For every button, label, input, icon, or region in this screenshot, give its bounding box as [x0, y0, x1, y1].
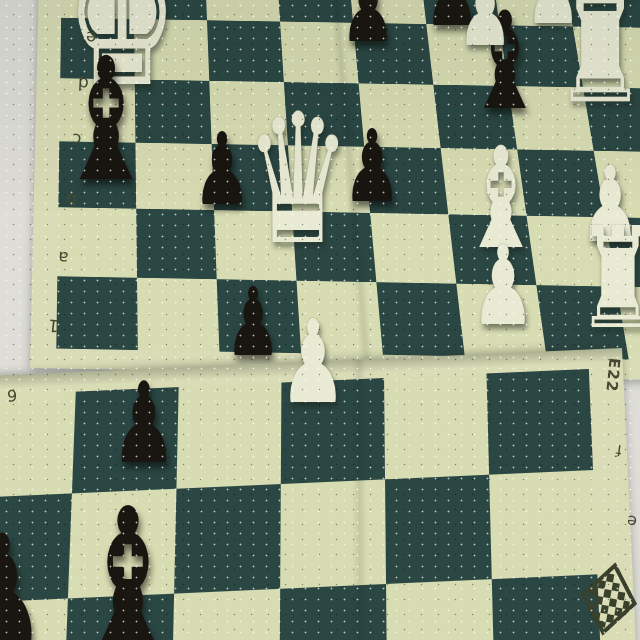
square-f3[interactable] — [205, 0, 280, 22]
square-r2c6[interactable] — [386, 579, 494, 640]
square-r0c7[interactable] — [487, 369, 594, 475]
piece-black-pawn-a3[interactable]: ♟ — [225, 275, 281, 370]
piece-black-pawn-b2[interactable]: ♟ — [192, 120, 251, 220]
square-a5[interactable] — [376, 282, 464, 356]
square-r1c7[interactable] — [489, 470, 597, 579]
piece-black-pawn-r2c2[interactable]: ♟ — [0, 515, 46, 640]
piece-white-pawn-a6[interactable]: ♟ — [470, 231, 535, 341]
piece-black-pawn-r0c3[interactable]: ♟ — [111, 367, 177, 479]
piece-black-pawn-b4[interactable]: ♟ — [342, 117, 401, 217]
piece-black-bishop-r2c3[interactable]: ♝ — [69, 482, 187, 640]
piece-white-rook-a7[interactable]: ♜ — [577, 209, 640, 349]
square-r1c4[interactable] — [174, 484, 281, 594]
piece-white-pawn-e6[interactable]: ♟ — [457, 0, 513, 60]
piece-black-bishop-c1[interactable]: ♝ — [56, 35, 157, 205]
square-r1c5[interactable] — [280, 479, 386, 588]
piece-white-rook-d7[interactable]: ♜ — [553, 0, 640, 126]
square-r1c6[interactable] — [385, 475, 492, 584]
piece-black-pawn-e4[interactable]: ♟ — [340, 0, 396, 56]
square-a1[interactable] — [56, 276, 138, 350]
square-a2[interactable] — [137, 278, 219, 352]
square-r2c7[interactable] — [492, 574, 602, 640]
square-r2c4[interactable] — [172, 589, 280, 640]
square-r0c6[interactable] — [384, 373, 489, 479]
square-r2c5[interactable] — [279, 584, 387, 640]
piece-white-pawn-r0c5[interactable]: ♟ — [279, 305, 347, 420]
square-r0c4[interactable] — [176, 383, 281, 489]
square-r0c2[interactable] — [0, 392, 76, 498]
piece-white-queen-b3[interactable]: ♛ — [245, 90, 352, 270]
chess-photo-scene: ♚♝♟♟♛♟♟♝♟♟♜♝♟♟♜♟ ♟♟♝♟ edcba16feE22 — [0, 0, 640, 640]
square-e3[interactable] — [207, 20, 284, 82]
